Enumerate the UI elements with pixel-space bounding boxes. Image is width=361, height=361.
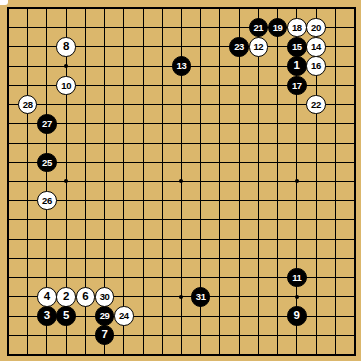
move-number: 13 xyxy=(177,61,187,71)
stone-white-2[interactable]: 2 xyxy=(56,287,76,307)
stone-black-17[interactable]: 17 xyxy=(287,76,307,96)
move-number: 10 xyxy=(61,81,71,91)
stone-black-15[interactable]: 15 xyxy=(287,37,307,57)
stone-black-5[interactable]: 5 xyxy=(56,306,76,326)
move-number: 24 xyxy=(119,311,129,321)
move-number: 1 xyxy=(294,60,300,72)
stone-white-22[interactable]: 22 xyxy=(306,95,326,115)
move-number: 26 xyxy=(42,196,52,206)
move-number: 11 xyxy=(292,273,301,283)
stone-white-10[interactable]: 10 xyxy=(56,76,76,96)
stone-white-28[interactable]: 28 xyxy=(18,95,38,115)
move-number: 18 xyxy=(292,23,302,33)
move-number: 23 xyxy=(234,42,244,52)
stones-layer: 1234567891011121314151617181920212223242… xyxy=(0,0,361,361)
stone-black-9[interactable]: 9 xyxy=(287,306,307,326)
move-number: 2 xyxy=(63,291,69,303)
move-number: 8 xyxy=(63,41,69,53)
move-number: 20 xyxy=(311,23,321,33)
stone-black-3[interactable]: 3 xyxy=(37,306,57,326)
move-number: 5 xyxy=(63,310,69,322)
move-number: 31 xyxy=(196,292,206,302)
move-number: 4 xyxy=(44,291,50,303)
move-number: 22 xyxy=(311,100,321,110)
stone-black-23[interactable]: 23 xyxy=(229,37,249,57)
stone-white-30[interactable]: 30 xyxy=(95,287,115,307)
move-number: 27 xyxy=(42,119,52,129)
move-number: 16 xyxy=(311,61,321,71)
move-number: 15 xyxy=(292,42,302,52)
stone-black-21[interactable]: 21 xyxy=(249,18,269,38)
move-number: 12 xyxy=(253,42,263,52)
move-number: 14 xyxy=(311,42,321,52)
window-corner-artifact xyxy=(0,0,8,5)
move-number: 30 xyxy=(100,292,110,302)
go-board[interactable]: 1234567891011121314151617181920212223242… xyxy=(0,0,361,361)
stone-black-1[interactable]: 1 xyxy=(287,56,307,76)
stone-black-29[interactable]: 29 xyxy=(95,306,115,326)
stone-white-16[interactable]: 16 xyxy=(306,56,326,76)
move-number: 19 xyxy=(273,23,283,33)
stone-white-4[interactable]: 4 xyxy=(37,287,57,307)
stone-black-25[interactable]: 25 xyxy=(37,153,57,173)
stone-black-13[interactable]: 13 xyxy=(172,56,192,76)
move-number: 7 xyxy=(101,329,107,341)
stone-black-11[interactable]: 11 xyxy=(287,268,307,288)
stone-white-20[interactable]: 20 xyxy=(306,18,326,38)
stone-white-14[interactable]: 14 xyxy=(306,37,326,57)
move-number: 3 xyxy=(44,310,50,322)
stone-white-24[interactable]: 24 xyxy=(114,306,134,326)
stone-white-8[interactable]: 8 xyxy=(56,37,76,57)
stone-black-7[interactable]: 7 xyxy=(95,325,115,345)
move-number: 28 xyxy=(23,100,33,110)
stone-black-27[interactable]: 27 xyxy=(37,114,57,134)
move-number: 29 xyxy=(100,311,110,321)
move-number: 9 xyxy=(294,310,300,322)
stone-black-19[interactable]: 19 xyxy=(268,18,288,38)
move-number: 25 xyxy=(42,158,52,168)
stone-white-26[interactable]: 26 xyxy=(37,191,57,211)
stone-black-31[interactable]: 31 xyxy=(191,287,211,307)
move-number: 17 xyxy=(292,81,302,91)
stone-white-6[interactable]: 6 xyxy=(76,287,96,307)
stone-white-12[interactable]: 12 xyxy=(249,37,269,57)
move-number: 21 xyxy=(253,23,263,33)
move-number: 6 xyxy=(82,291,88,303)
stone-white-18[interactable]: 18 xyxy=(287,18,307,38)
